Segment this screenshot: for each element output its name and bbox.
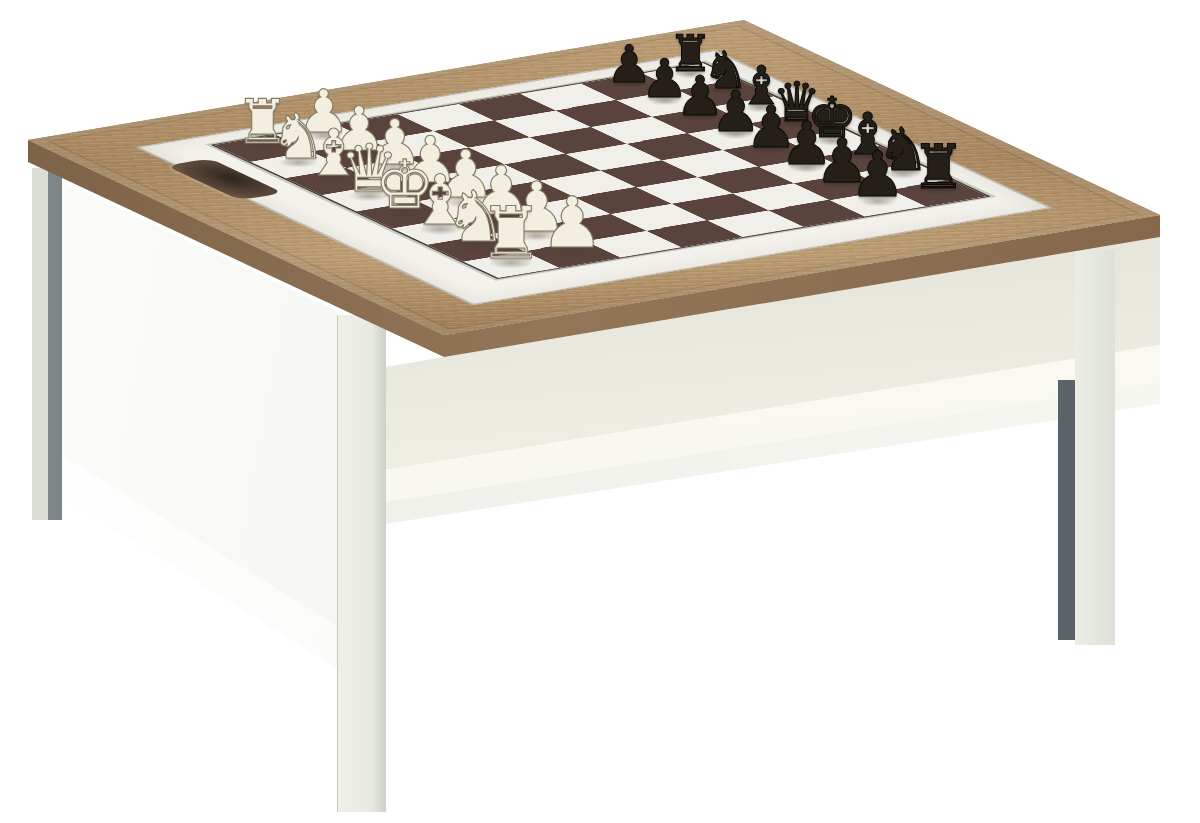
table-leg-left bbox=[32, 168, 48, 520]
chess-board bbox=[210, 62, 990, 279]
table-leg-right-shadow-face bbox=[1058, 380, 1075, 640]
product-photo-chess-game-table: White square game table with driftwood-f… bbox=[0, 0, 1200, 823]
table-leg-front bbox=[337, 315, 386, 812]
table-leg-left-shadow-face bbox=[48, 168, 62, 520]
table-leg-right bbox=[1075, 250, 1115, 645]
